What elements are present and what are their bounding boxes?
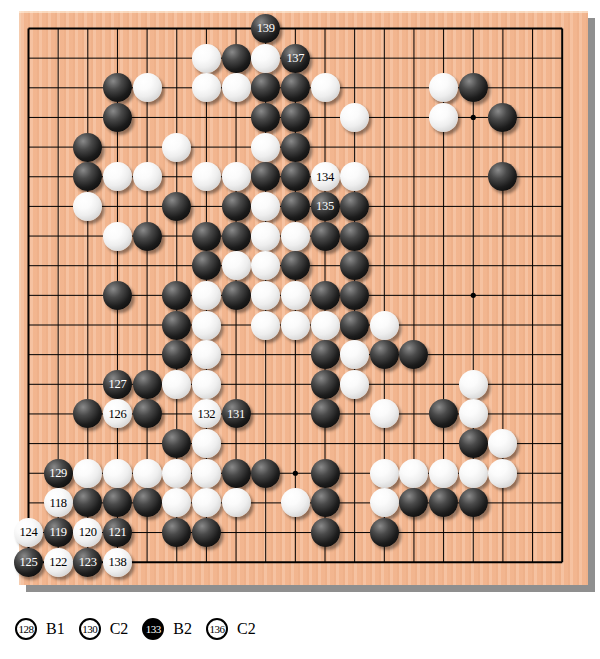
move-number-label: 127	[109, 378, 127, 391]
stone-black[interactable]	[222, 222, 251, 251]
stone-white[interactable]	[340, 370, 369, 399]
caption-point-label: B1	[46, 621, 65, 637]
move-number-label: 139	[257, 22, 275, 35]
stone-black[interactable]	[73, 133, 102, 162]
stone-white[interactable]	[192, 370, 221, 399]
caption-point-label: C2	[237, 621, 256, 637]
star-point	[471, 293, 476, 298]
stone-black[interactable]	[192, 518, 221, 547]
stone-white[interactable]	[370, 311, 399, 340]
stone-white[interactable]	[192, 73, 221, 102]
stone-black[interactable]	[192, 251, 221, 280]
stone-white[interactable]	[162, 133, 191, 162]
caption-stone-white-icon: 136	[206, 618, 228, 640]
stone-white[interactable]	[162, 459, 191, 488]
move-number-label: 135	[316, 200, 334, 213]
caption: 128 B1 130 C2 133 B2 136 C2	[15, 616, 270, 642]
stone-white[interactable]	[222, 73, 251, 102]
stone-white[interactable]	[133, 162, 162, 191]
move-number-label: 119	[49, 526, 66, 539]
stone-black[interactable]	[281, 251, 310, 280]
stone-white[interactable]	[311, 311, 340, 340]
stone-black[interactable]	[311, 518, 340, 547]
stone-black[interactable]	[340, 311, 369, 340]
stone-white[interactable]	[429, 103, 458, 132]
stone-black[interactable]	[251, 103, 280, 132]
stone-black[interactable]	[222, 281, 251, 310]
stone-black[interactable]	[281, 133, 310, 162]
stone-white[interactable]	[103, 459, 132, 488]
stone-black[interactable]	[251, 459, 280, 488]
stone-black[interactable]	[311, 459, 340, 488]
move-number-label: 132	[197, 408, 215, 421]
stone-black[interactable]	[192, 222, 221, 251]
stone-white[interactable]	[251, 133, 280, 162]
stone-white[interactable]	[281, 311, 310, 340]
stone-white[interactable]	[222, 162, 251, 191]
stone-white[interactable]	[251, 222, 280, 251]
move-number-label: 118	[49, 497, 66, 510]
stone-white[interactable]	[192, 162, 221, 191]
stone-black[interactable]	[281, 103, 310, 132]
stone-white[interactable]	[103, 162, 132, 191]
stone-black[interactable]	[370, 340, 399, 369]
move-number-label: 134	[316, 171, 334, 184]
stone-white[interactable]	[429, 459, 458, 488]
stone-black[interactable]	[133, 370, 162, 399]
move-number-label: 122	[49, 556, 67, 569]
move-number-label: 126	[109, 408, 127, 421]
caption-stone-white-icon: 130	[79, 618, 101, 640]
stone-white[interactable]	[281, 281, 310, 310]
stone-white[interactable]	[73, 192, 102, 221]
stone-black-121[interactable]: 121	[103, 518, 132, 547]
star-point	[471, 115, 476, 120]
stone-black[interactable]	[133, 222, 162, 251]
move-number-label: 131	[227, 408, 245, 421]
stone-black[interactable]	[222, 44, 251, 73]
stone-white[interactable]	[73, 459, 102, 488]
caption-point-label: B2	[173, 621, 192, 637]
stone-black[interactable]	[281, 162, 310, 191]
stone-black[interactable]	[311, 370, 340, 399]
move-number-label: 124	[20, 526, 38, 539]
star-point	[293, 471, 298, 476]
move-number-label: 123	[79, 556, 97, 569]
stone-white[interactable]	[192, 340, 221, 369]
stone-white[interactable]	[340, 103, 369, 132]
stone-black[interactable]	[311, 222, 340, 251]
stone-white[interactable]	[162, 370, 191, 399]
stone-black-129[interactable]: 129	[44, 459, 73, 488]
stone-white[interactable]	[222, 488, 251, 517]
stone-white[interactable]	[133, 459, 162, 488]
stone-black[interactable]	[311, 340, 340, 369]
stone-white-134[interactable]: 134	[311, 162, 340, 191]
stone-white-122[interactable]: 122	[44, 548, 73, 577]
stone-black[interactable]	[281, 192, 310, 221]
stone-white[interactable]	[459, 399, 488, 428]
stone-black-139[interactable]: 139	[251, 14, 280, 43]
stone-white[interactable]	[103, 222, 132, 251]
stone-black[interactable]	[311, 281, 340, 310]
stone-black[interactable]	[103, 103, 132, 132]
stone-black[interactable]	[162, 311, 191, 340]
move-number-label: 121	[109, 526, 127, 539]
move-number-label: 138	[109, 556, 127, 569]
stone-white-138[interactable]: 138	[103, 548, 132, 577]
stone-white[interactable]	[192, 459, 221, 488]
stone-black[interactable]	[281, 73, 310, 102]
go-board[interactable]: 1391371341351271261321311291181241191201…	[19, 11, 588, 585]
stone-white[interactable]	[251, 192, 280, 221]
stone-black[interactable]	[459, 73, 488, 102]
stone-white[interactable]	[192, 281, 221, 310]
stone-white[interactable]	[192, 311, 221, 340]
caption-stone-black-icon: 133	[142, 618, 164, 640]
stone-white[interactable]	[222, 251, 251, 280]
stone-black[interactable]	[222, 459, 251, 488]
stone-white[interactable]	[399, 459, 428, 488]
stone-white[interactable]	[459, 459, 488, 488]
stone-black[interactable]	[222, 192, 251, 221]
stone-black-131[interactable]: 131	[222, 399, 251, 428]
stone-black[interactable]	[162, 192, 191, 221]
stone-black[interactable]	[340, 222, 369, 251]
stone-black[interactable]	[311, 488, 340, 517]
stone-black[interactable]	[162, 281, 191, 310]
stone-white[interactable]	[370, 459, 399, 488]
stone-black-119[interactable]: 119	[44, 518, 73, 547]
stone-black[interactable]	[340, 192, 369, 221]
caption-point-label: C2	[110, 621, 129, 637]
move-number-label: 129	[49, 467, 67, 480]
stone-white[interactable]	[251, 281, 280, 310]
stone-black[interactable]	[133, 399, 162, 428]
stone-white[interactable]	[281, 222, 310, 251]
move-number-label: 137	[286, 52, 304, 65]
stone-white-118[interactable]: 118	[44, 488, 73, 517]
stone-black-123[interactable]: 123	[73, 548, 102, 577]
stone-white[interactable]	[370, 488, 399, 517]
stone-black-125[interactable]: 125	[14, 548, 43, 577]
stone-black[interactable]	[459, 488, 488, 517]
stone-black[interactable]	[459, 429, 488, 458]
stone-white[interactable]	[251, 44, 280, 73]
stone-black[interactable]	[103, 281, 132, 310]
caption-stone-white-icon: 128	[15, 618, 37, 640]
stone-white[interactable]	[192, 44, 221, 73]
move-number-label: 125	[20, 556, 38, 569]
stone-white[interactable]	[488, 459, 517, 488]
stone-black-127[interactable]: 127	[103, 370, 132, 399]
stone-black[interactable]	[311, 399, 340, 428]
stone-black-137[interactable]: 137	[281, 44, 310, 73]
stone-white[interactable]	[251, 311, 280, 340]
stone-white[interactable]	[459, 370, 488, 399]
stone-white[interactable]	[192, 429, 221, 458]
stone-white-124[interactable]: 124	[14, 518, 43, 547]
stone-white[interactable]	[133, 73, 162, 102]
stone-black[interactable]	[133, 488, 162, 517]
stone-black[interactable]	[370, 518, 399, 547]
move-number-label: 120	[79, 526, 97, 539]
stone-black[interactable]	[340, 281, 369, 310]
stone-black-135[interactable]: 135	[311, 192, 340, 221]
stone-white[interactable]	[311, 73, 340, 102]
